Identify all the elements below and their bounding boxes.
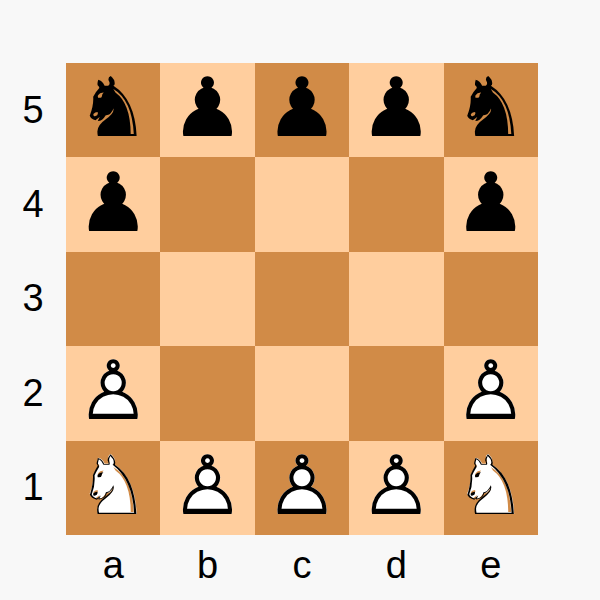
square-b2[interactable] [160,346,254,440]
square-a2[interactable]: ♟♙ [66,346,160,440]
white-knight-icon: ♞♘ [444,441,538,535]
white-pawn-icon: ♟♙ [349,441,443,535]
square-c3[interactable] [255,252,349,346]
square-b5[interactable]: ♟ [160,63,254,157]
black-knight-icon-fill: ♞ [66,61,160,155]
black-pawn-icon: ♟ [349,63,443,157]
white-knight-icon-outline: ♘ [444,439,538,533]
white-pawn-icon-outline: ♙ [160,439,254,533]
square-c2[interactable] [255,346,349,440]
rank-labels: 5 4 3 2 1 [0,63,66,535]
square-e3[interactable] [444,252,538,346]
rank-label-3: 3 [0,252,66,346]
file-label-b: b [160,536,254,594]
square-c4[interactable] [255,157,349,251]
square-d5[interactable]: ♟ [349,63,443,157]
black-pawn-icon: ♟ [66,157,160,251]
square-b4[interactable] [160,157,254,251]
white-pawn-icon-outline: ♙ [255,439,349,533]
white-pawn-icon: ♟♙ [66,346,160,440]
square-d2[interactable] [349,346,443,440]
square-a4[interactable]: ♟ [66,157,160,251]
black-knight-icon: ♞ [444,63,538,157]
rank-label-1: 1 [0,441,66,535]
square-e4[interactable]: ♟ [444,157,538,251]
rank-label-5: 5 [0,63,66,157]
black-knight-icon: ♞ [66,63,160,157]
rank-label-4: 4 [0,157,66,251]
black-pawn-icon: ♟ [255,63,349,157]
white-pawn-icon-outline: ♙ [66,344,160,438]
square-c5[interactable]: ♟ [255,63,349,157]
square-a1[interactable]: ♞♘ [66,441,160,535]
black-pawn-icon: ♟ [444,157,538,251]
file-labels: a b c d e [66,536,538,594]
square-a5[interactable]: ♞ [66,63,160,157]
square-e1[interactable]: ♞♘ [444,441,538,535]
square-c1[interactable]: ♟♙ [255,441,349,535]
white-knight-icon-outline: ♘ [66,439,160,533]
square-b1[interactable]: ♟♙ [160,441,254,535]
file-label-e: e [444,536,538,594]
file-label-a: a [66,536,160,594]
black-pawn-icon-fill: ♟ [444,155,538,249]
file-label-c: c [255,536,349,594]
board: ♞♟♟♟♞♟♟♟♙♟♙♞♘♟♙♟♙♟♙♞♘ [66,63,538,535]
white-knight-icon: ♞♘ [66,441,160,535]
square-d4[interactable] [349,157,443,251]
black-pawn-icon-fill: ♟ [349,61,443,155]
square-e5[interactable]: ♞ [444,63,538,157]
square-d3[interactable] [349,252,443,346]
white-pawn-icon-outline: ♙ [349,439,443,533]
square-d1[interactable]: ♟♙ [349,441,443,535]
black-pawn-icon: ♟ [160,63,254,157]
square-a3[interactable] [66,252,160,346]
black-pawn-icon-fill: ♟ [160,61,254,155]
white-pawn-icon: ♟♙ [444,346,538,440]
file-label-d: d [349,536,443,594]
square-b3[interactable] [160,252,254,346]
black-pawn-icon-fill: ♟ [66,155,160,249]
square-e2[interactable]: ♟♙ [444,346,538,440]
black-pawn-icon-fill: ♟ [255,61,349,155]
white-pawn-icon: ♟♙ [255,441,349,535]
white-pawn-icon: ♟♙ [160,441,254,535]
white-pawn-icon-outline: ♙ [444,344,538,438]
black-knight-icon-fill: ♞ [444,61,538,155]
chessboard-diagram: 5 4 3 2 1 ♞♟♟♟♞♟♟♟♙♟♙♞♘♟♙♟♙♟♙♞♘ a b c d … [0,0,600,600]
rank-label-2: 2 [0,346,66,440]
